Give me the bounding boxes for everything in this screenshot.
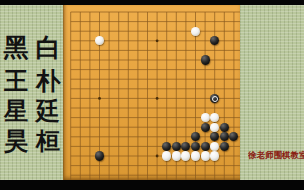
watermark-text: 徐老师围棋教室 — [248, 150, 304, 160]
white-stone — [201, 113, 210, 122]
black-stone — [220, 142, 229, 151]
video-frame: 黑 王 星 昊 白 朴 廷 桓 徐老师围棋教室 — [0, 0, 304, 190]
black-player-column: 黑 王 星 昊 — [1, 33, 31, 156]
black-stone — [201, 142, 210, 151]
black-stone — [201, 123, 210, 132]
white-side-label: 白 — [33, 33, 63, 61]
white-player-column: 白 朴 廷 桓 — [33, 33, 63, 156]
white-stone — [191, 27, 200, 36]
white-stone — [172, 151, 181, 160]
black-side-label: 黑 — [1, 33, 31, 61]
black-stone — [95, 151, 104, 160]
white-stone — [210, 123, 219, 132]
white-player-name: 朴 廷 桓 — [33, 66, 63, 156]
white-stone — [210, 151, 219, 160]
black-stone — [201, 55, 210, 64]
white-stone — [162, 151, 171, 160]
black-player-name: 王 星 昊 — [1, 66, 31, 156]
white-stone — [201, 151, 210, 160]
player-info-panel: 黑 王 星 昊 白 朴 廷 桓 — [0, 5, 63, 180]
white-stone — [181, 151, 190, 160]
black-stone — [220, 123, 229, 132]
black-stone — [191, 142, 200, 151]
black-stone — [172, 142, 181, 151]
white-stone — [191, 151, 200, 160]
go-board — [63, 5, 241, 180]
letterbox-bottom-bar — [0, 180, 304, 190]
last-move-marker — [212, 96, 218, 102]
